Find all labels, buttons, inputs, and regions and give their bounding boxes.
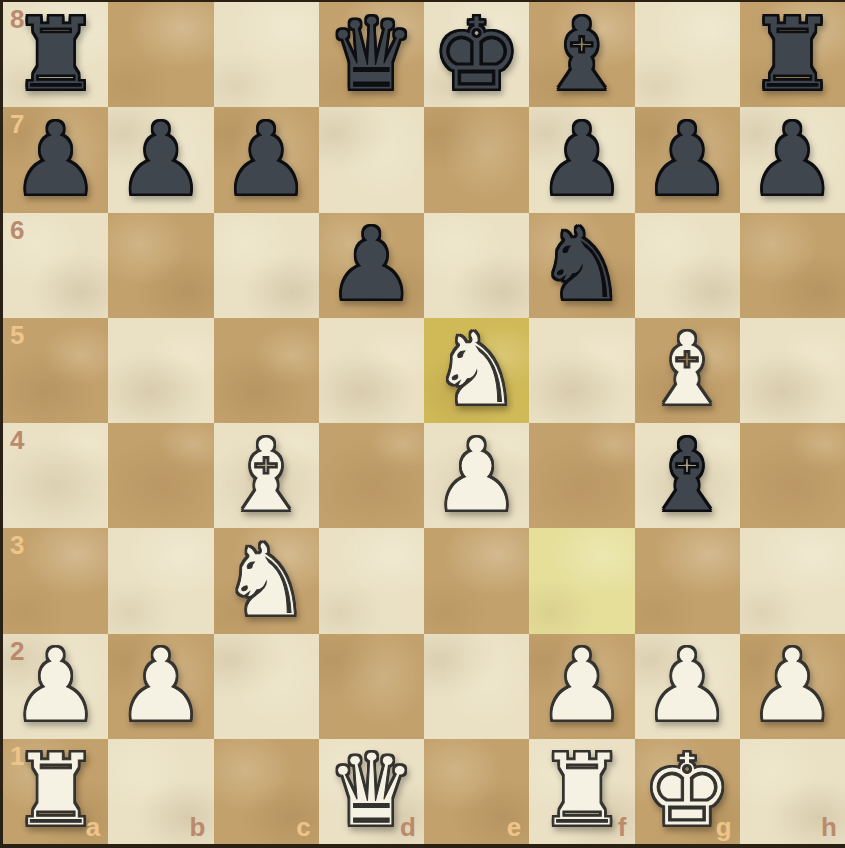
square-g4[interactable]: ♝ [635, 423, 740, 528]
square-f3[interactable] [529, 528, 634, 633]
piece-black-pawn[interactable]: ♟ [748, 110, 838, 210]
square-h1[interactable]: h [740, 739, 845, 844]
square-c7[interactable]: ♟ [214, 107, 319, 212]
rank-label-5: 5 [10, 320, 24, 351]
piece-black-bishop[interactable]: ♝ [537, 5, 627, 105]
piece-black-pawn[interactable]: ♟ [11, 110, 101, 210]
square-f8[interactable]: ♝ [529, 2, 634, 107]
square-e7[interactable] [424, 107, 529, 212]
square-f7[interactable]: ♟ [529, 107, 634, 212]
piece-black-bishop[interactable]: ♝ [642, 426, 732, 526]
piece-white-queen[interactable]: ♛ [327, 741, 417, 841]
square-g2[interactable]: ♟ [635, 634, 740, 739]
square-h5[interactable] [740, 318, 845, 423]
square-c8[interactable] [214, 2, 319, 107]
square-a2[interactable]: ♟2 [3, 634, 108, 739]
file-label-e: e [507, 812, 521, 843]
square-e2[interactable] [424, 634, 529, 739]
square-f5[interactable] [529, 318, 634, 423]
piece-white-rook[interactable]: ♜ [11, 741, 101, 841]
square-b3[interactable] [108, 528, 213, 633]
square-b5[interactable] [108, 318, 213, 423]
square-e4[interactable]: ♟ [424, 423, 529, 528]
square-a1[interactable]: ♜1a [3, 739, 108, 844]
chess-board: ♜8♛♚♝♜♟7♟♟♟♟♟6♟♞5♞♝4♝♟♝3♞♟2♟♟♟♟♜1abc♛de♜… [0, 0, 845, 848]
square-a7[interactable]: ♟7 [3, 107, 108, 212]
square-e3[interactable] [424, 528, 529, 633]
square-c6[interactable] [214, 213, 319, 318]
square-g6[interactable] [635, 213, 740, 318]
piece-black-pawn[interactable]: ♟ [221, 110, 311, 210]
square-d2[interactable] [319, 634, 424, 739]
piece-white-pawn[interactable]: ♟ [642, 636, 732, 736]
square-d7[interactable] [319, 107, 424, 212]
square-h3[interactable] [740, 528, 845, 633]
square-e6[interactable] [424, 213, 529, 318]
piece-black-rook[interactable]: ♜ [748, 5, 838, 105]
board-grid: ♜8♛♚♝♜♟7♟♟♟♟♟6♟♞5♞♝4♝♟♝3♞♟2♟♟♟♟♜1abc♛de♜… [3, 2, 845, 844]
piece-white-bishop[interactable]: ♝ [221, 426, 311, 526]
square-h4[interactable] [740, 423, 845, 528]
piece-black-knight[interactable]: ♞ [537, 215, 627, 315]
piece-black-king[interactable]: ♚ [432, 5, 522, 105]
piece-white-knight[interactable]: ♞ [432, 320, 522, 420]
square-b6[interactable] [108, 213, 213, 318]
piece-white-king[interactable]: ♚ [642, 741, 732, 841]
square-c2[interactable] [214, 634, 319, 739]
piece-black-pawn[interactable]: ♟ [642, 110, 732, 210]
piece-white-pawn[interactable]: ♟ [748, 636, 838, 736]
square-b2[interactable]: ♟ [108, 634, 213, 739]
piece-white-pawn[interactable]: ♟ [11, 636, 101, 736]
square-d5[interactable] [319, 318, 424, 423]
file-label-c: c [296, 812, 310, 843]
square-b1[interactable]: b [108, 739, 213, 844]
square-a3[interactable]: 3 [3, 528, 108, 633]
square-b8[interactable] [108, 2, 213, 107]
piece-white-knight[interactable]: ♞ [221, 531, 311, 631]
square-a8[interactable]: ♜8 [3, 2, 108, 107]
square-c3[interactable]: ♞ [214, 528, 319, 633]
piece-white-rook[interactable]: ♜ [537, 741, 627, 841]
rank-label-4: 4 [10, 425, 24, 456]
square-d6[interactable]: ♟ [319, 213, 424, 318]
square-e5[interactable]: ♞ [424, 318, 529, 423]
rank-label-6: 6 [10, 215, 24, 246]
square-g3[interactable] [635, 528, 740, 633]
square-f4[interactable] [529, 423, 634, 528]
square-d1[interactable]: ♛d [319, 739, 424, 844]
square-e1[interactable]: e [424, 739, 529, 844]
square-g1[interactable]: ♚g [635, 739, 740, 844]
file-label-h: h [821, 812, 837, 843]
square-d3[interactable] [319, 528, 424, 633]
piece-black-pawn[interactable]: ♟ [537, 110, 627, 210]
square-g8[interactable] [635, 2, 740, 107]
square-c5[interactable] [214, 318, 319, 423]
square-d8[interactable]: ♛ [319, 2, 424, 107]
square-d4[interactable] [319, 423, 424, 528]
file-label-b: b [190, 812, 206, 843]
square-h6[interactable] [740, 213, 845, 318]
square-c4[interactable]: ♝ [214, 423, 319, 528]
piece-black-rook[interactable]: ♜ [11, 5, 101, 105]
square-f1[interactable]: ♜f [529, 739, 634, 844]
square-f2[interactable]: ♟ [529, 634, 634, 739]
square-b7[interactable]: ♟ [108, 107, 213, 212]
square-a5[interactable]: 5 [3, 318, 108, 423]
piece-black-queen[interactable]: ♛ [327, 5, 417, 105]
piece-white-pawn[interactable]: ♟ [537, 636, 627, 736]
square-c1[interactable]: c [214, 739, 319, 844]
square-f6[interactable]: ♞ [529, 213, 634, 318]
rank-label-3: 3 [10, 530, 24, 561]
square-e8[interactable]: ♚ [424, 2, 529, 107]
square-g7[interactable]: ♟ [635, 107, 740, 212]
square-h2[interactable]: ♟ [740, 634, 845, 739]
square-h8[interactable]: ♜ [740, 2, 845, 107]
square-g5[interactable]: ♝ [635, 318, 740, 423]
square-h7[interactable]: ♟ [740, 107, 845, 212]
piece-black-pawn[interactable]: ♟ [327, 215, 417, 315]
square-b4[interactable] [108, 423, 213, 528]
piece-white-pawn[interactable]: ♟ [116, 636, 206, 736]
piece-black-pawn[interactable]: ♟ [116, 110, 206, 210]
piece-white-bishop[interactable]: ♝ [642, 320, 732, 420]
square-a4[interactable]: 4 [3, 423, 108, 528]
piece-white-pawn[interactable]: ♟ [432, 426, 522, 526]
square-a6[interactable]: 6 [3, 213, 108, 318]
